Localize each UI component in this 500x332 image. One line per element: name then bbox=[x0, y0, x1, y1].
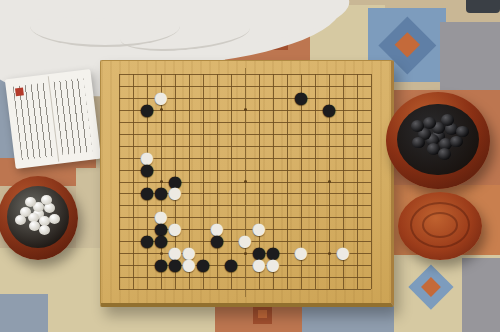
captured-black-stone bbox=[411, 120, 424, 132]
duvet-patch-motif bbox=[415, 271, 447, 303]
bowl-white-stone bbox=[49, 214, 60, 224]
white-stone: ● bbox=[294, 247, 308, 260]
black-stone: ● bbox=[154, 187, 168, 200]
black-stone: ● bbox=[322, 103, 336, 116]
grid-line-vertical bbox=[357, 74, 358, 289]
white-stone: ● bbox=[154, 91, 168, 104]
star-point bbox=[328, 180, 331, 183]
go-book bbox=[5, 69, 101, 169]
duvet-patch bbox=[400, 258, 462, 316]
bowl-white-stone bbox=[15, 215, 26, 225]
star-point bbox=[244, 180, 247, 183]
black-stone: ● bbox=[224, 259, 238, 272]
grid-line-vertical bbox=[287, 74, 288, 289]
black-stone: ● bbox=[294, 91, 308, 104]
motif-ring bbox=[253, 304, 273, 324]
black-stone: ● bbox=[154, 259, 168, 272]
captured-black-stone bbox=[441, 114, 454, 126]
star-point bbox=[160, 108, 163, 111]
bowl-white-stone bbox=[29, 221, 40, 231]
grid-line-vertical bbox=[371, 74, 372, 289]
black-stone: ● bbox=[168, 259, 182, 272]
white-stone: ● bbox=[168, 223, 182, 236]
bowl-white-stone bbox=[41, 195, 52, 205]
white-stone: ● bbox=[266, 259, 280, 272]
bowl-lid bbox=[398, 192, 482, 260]
black-stone: ● bbox=[140, 163, 154, 176]
duvet-patch-motif bbox=[253, 304, 273, 324]
motif-ring bbox=[408, 264, 453, 309]
motif-core bbox=[258, 310, 267, 319]
go-board-grid[interactable]: ●●●●●●●●●●●●●●●●●●●●●●●●●●●●●●●● bbox=[119, 74, 371, 289]
black-stone-bowl bbox=[386, 92, 490, 189]
duvet-patch bbox=[440, 22, 500, 94]
book-red-seal bbox=[15, 87, 24, 96]
remote-control-edge bbox=[466, 0, 500, 13]
grid-line-vertical bbox=[315, 74, 316, 289]
white-stone: ● bbox=[252, 259, 266, 272]
duvet-patch bbox=[462, 258, 500, 332]
white-stone: ● bbox=[336, 247, 350, 260]
captured-black-stone bbox=[412, 137, 425, 149]
white-stone: ● bbox=[168, 187, 182, 200]
captured-black-stone bbox=[423, 117, 436, 129]
star-point bbox=[244, 108, 247, 111]
black-stone: ● bbox=[140, 235, 154, 248]
bowl-white-stone bbox=[39, 225, 50, 235]
white-stone: ● bbox=[238, 235, 252, 248]
black-stone: ● bbox=[140, 103, 154, 116]
book-right-page bbox=[53, 78, 92, 155]
black-stone: ● bbox=[210, 235, 224, 248]
black-stone: ● bbox=[196, 259, 210, 272]
white-stone: ● bbox=[252, 223, 266, 236]
lid-ring bbox=[422, 212, 458, 238]
duvet-patch bbox=[0, 294, 48, 332]
motif-core bbox=[421, 277, 441, 297]
captured-black-stone bbox=[438, 148, 451, 160]
white-stone-bowl bbox=[0, 176, 78, 260]
motif-core bbox=[394, 32, 420, 58]
photo-go-scene: { "game": "go", "board_size": 19, "posit… bbox=[0, 0, 500, 332]
go-board: ●●●●●●●●●●●●●●●●●●●●●●●●●●●●●●●● bbox=[100, 60, 394, 307]
black-stone: ● bbox=[140, 187, 154, 200]
star-point bbox=[244, 252, 247, 255]
white-stone: ● bbox=[182, 259, 196, 272]
star-point bbox=[328, 252, 331, 255]
black-stone: ● bbox=[154, 235, 168, 248]
